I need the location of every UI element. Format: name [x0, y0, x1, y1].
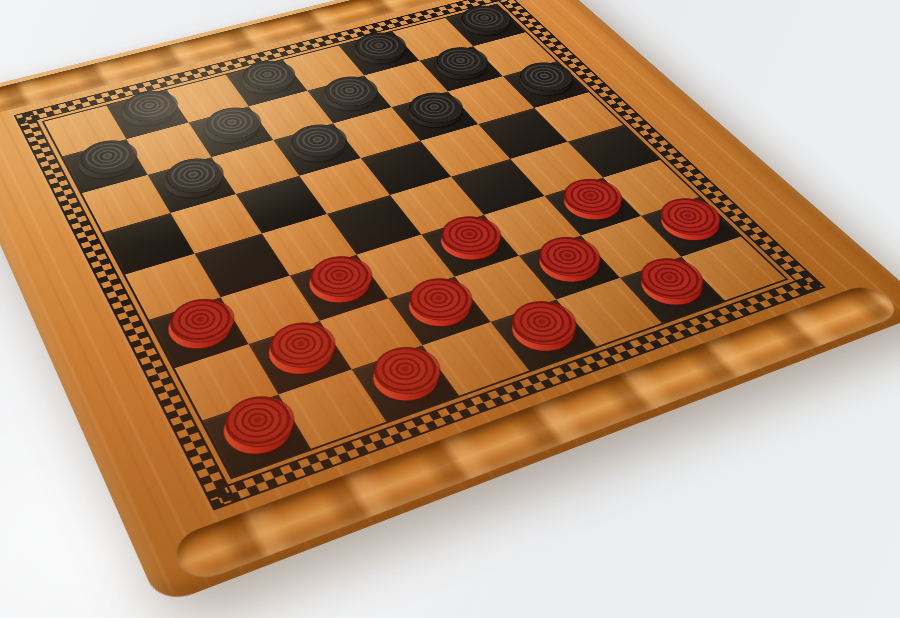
photo-scene	[0, 0, 900, 618]
checkers-play-area	[44, 5, 785, 477]
wooden-checkers-board	[0, 0, 900, 607]
